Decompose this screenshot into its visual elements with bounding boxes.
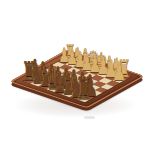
reflection-mark xyxy=(84,116,95,119)
product-photo-scene: ♜♞♝♛♚♝♞♜♟♟♟♟♟♟♟♟♟♟♟♟♟♟♟♟♜♞♝♛♚♝♞♜ xyxy=(0,0,150,150)
